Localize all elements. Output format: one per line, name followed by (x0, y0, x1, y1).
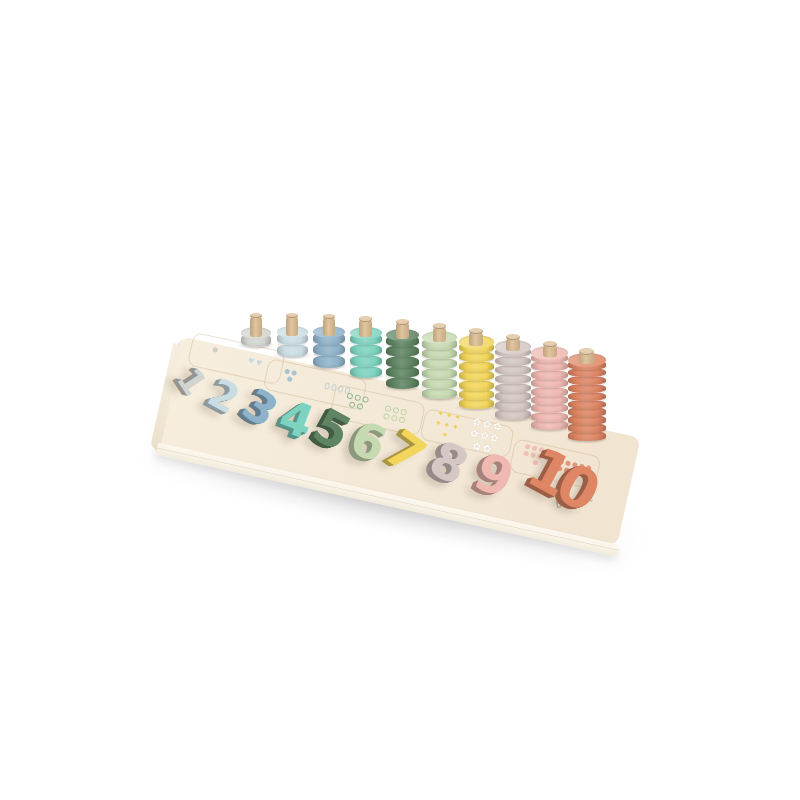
peg-dowel-top (359, 316, 372, 322)
count-dot (286, 376, 292, 382)
stack-ring (495, 374, 531, 385)
stack-top-face (350, 327, 383, 339)
peg-dowel (396, 321, 409, 339)
count-flower: ✿ (482, 419, 492, 431)
count-flower: ✿ (472, 416, 482, 428)
stack-ring (386, 335, 420, 347)
peg-dowel-top (433, 323, 447, 329)
stack-ring (568, 407, 606, 417)
stack-ring (459, 342, 494, 353)
count-dot (532, 445, 538, 451)
count-star: ✦ (434, 419, 442, 428)
count-ring (354, 394, 361, 401)
count-drop (338, 385, 344, 393)
count-drop (324, 382, 330, 390)
stack-ring (495, 356, 531, 367)
stack-top-face (459, 335, 494, 349)
stack-top-face (495, 340, 531, 354)
stack-ring (531, 395, 568, 405)
stack-ring (531, 353, 568, 363)
count-flower: ✿ (469, 428, 479, 440)
stack-ring (531, 387, 568, 397)
stack-ring (459, 361, 494, 372)
count-flower: ✿ (492, 421, 502, 433)
count-drop (331, 383, 337, 391)
product-photo-scene: ▽▽▽▽▽▽▽▽▽▽▽▽▽▽▽▽▽▽▽▽▽▽▽▽▽▽▽▽ ♥♥✦✦✦✦✦✦✦✿✿… (0, 0, 800, 800)
count-star: ✦ (445, 411, 453, 420)
stack-ring (495, 391, 531, 402)
peg-dowel-top (323, 314, 336, 320)
stack-ring (422, 358, 457, 370)
stack-top-face (531, 346, 568, 360)
stack-ring (495, 365, 531, 376)
peg-dowel-top (250, 313, 262, 318)
stack-ring (422, 338, 457, 350)
stack-top-face (277, 326, 308, 338)
count-ring (356, 403, 363, 410)
stack-ring (350, 333, 383, 346)
count-heart: ♥ (247, 358, 255, 366)
peg-dowel-top (469, 328, 483, 334)
number-tile-1: 1 (172, 362, 213, 401)
stack-ring (459, 351, 494, 362)
count-star: ✦ (453, 413, 461, 422)
stack-ring (531, 370, 568, 380)
peg-dowel (250, 315, 262, 337)
stack-ring (568, 400, 606, 410)
peg-dowel-top (579, 348, 594, 355)
peg-dowel-top (506, 334, 520, 340)
peg-dowel (469, 331, 483, 346)
count-dot (525, 444, 531, 450)
stack-ring (531, 378, 568, 388)
stack-top-face (386, 329, 420, 342)
stack-ring (459, 380, 494, 391)
count-heart: ♥ (255, 360, 263, 368)
stack-top-face (313, 326, 345, 338)
stack-ring (568, 392, 606, 402)
count-star: ✦ (436, 409, 444, 418)
stack-ring (422, 348, 457, 360)
stack-ring (459, 370, 494, 381)
stack-ring (313, 332, 345, 345)
stack-ring (495, 383, 531, 394)
peg-dowel-top (396, 319, 409, 325)
count-ring (400, 409, 407, 416)
peg-dowel (286, 315, 298, 336)
count-ring (346, 393, 353, 400)
peg-dowel (323, 316, 336, 336)
peg-dowel (579, 351, 594, 364)
stack-ring (350, 344, 383, 357)
peg-dowel-top (286, 313, 298, 319)
stack-ring (568, 376, 606, 386)
count-ring (362, 396, 369, 403)
peg-dowel (359, 318, 372, 337)
count-ring (392, 407, 399, 414)
count-star: ✦ (451, 423, 459, 432)
stack-ring (568, 368, 606, 378)
stack-top-face (422, 331, 457, 344)
peg-dowel (543, 344, 557, 357)
stack-ring (386, 345, 420, 357)
stack-ring (531, 361, 568, 371)
peg-dowel (506, 337, 520, 351)
count-dot (212, 347, 218, 353)
stack-ring (386, 356, 420, 368)
number-tile-9: 9 (468, 444, 521, 506)
count-ring (385, 405, 392, 412)
stack-top-face (568, 353, 606, 368)
count-dot (523, 451, 529, 457)
stack-ring (568, 360, 606, 370)
stack-ring (568, 384, 606, 394)
stack-ring (495, 347, 531, 358)
count-dot (284, 368, 290, 374)
peg-dowel (433, 326, 447, 343)
count-dot (291, 370, 297, 376)
stack-ring (531, 403, 568, 413)
stack-ring (422, 368, 457, 380)
peg-dowel-top (543, 341, 557, 348)
